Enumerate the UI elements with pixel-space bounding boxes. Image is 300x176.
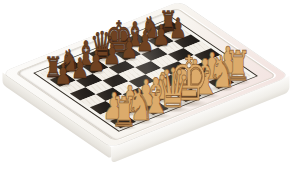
piece-white-rook-a1: ♜ [110, 92, 136, 133]
pieces-layer: ♜♞♝♛♚♝♞♜♟♟♟♟♟♟♟♟♟♟♟♟♟♟♟♟♜♞♝♛♚♝♞♜ [0, 0, 300, 176]
piece-black-pawn-h7: ♟ [169, 15, 187, 43]
piece-black-pawn-e7: ♟ [120, 34, 138, 62]
piece-black-pawn-g7: ♟ [152, 21, 170, 49]
piece-black-pawn-d7: ♟ [103, 41, 121, 69]
piece-black-pawn-c7: ♟ [87, 48, 105, 76]
piece-black-pawn-b7: ♟ [71, 54, 89, 82]
piece-black-pawn-f7: ♟ [136, 28, 154, 56]
piece-black-pawn-a7: ♟ [54, 61, 72, 89]
chess-set-photo: ♜♞♝♛♚♝♞♜♟♟♟♟♟♟♟♟♟♟♟♟♟♟♟♟♜♞♝♛♚♝♞♜ [0, 0, 300, 176]
